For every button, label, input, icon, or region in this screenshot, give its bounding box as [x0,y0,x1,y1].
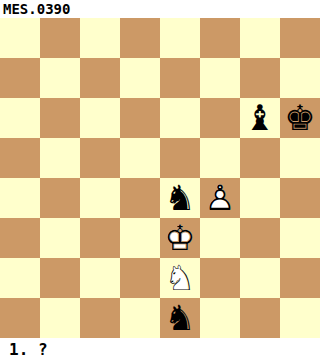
square-g3[interactable] [240,218,280,258]
square-f7[interactable] [200,58,240,98]
square-h5[interactable] [280,138,320,178]
square-c3[interactable] [80,218,120,258]
square-b5[interactable] [40,138,80,178]
puzzle-id: MES.0390 [3,1,70,17]
square-a1[interactable] [0,298,40,338]
square-f4[interactable]: ♟♙ [200,178,240,218]
square-d6[interactable] [120,98,160,138]
square-f3[interactable] [200,218,240,258]
square-a6[interactable] [0,98,40,138]
square-c6[interactable] [80,98,120,138]
square-g8[interactable] [240,18,280,58]
square-a4[interactable] [0,178,40,218]
white-king-outline: ♔ [160,218,200,258]
square-e6[interactable] [160,98,200,138]
square-e1[interactable]: ♞ [160,298,200,338]
square-d5[interactable] [120,138,160,178]
black-king[interactable]: ♚ [280,98,320,138]
square-a8[interactable] [0,18,40,58]
square-a2[interactable] [0,258,40,298]
square-c4[interactable] [80,178,120,218]
white-knight-outline: ♘ [160,258,200,298]
square-d8[interactable] [120,18,160,58]
square-b2[interactable] [40,258,80,298]
square-f1[interactable] [200,298,240,338]
move-prompt: 1. ? [9,340,48,359]
square-f5[interactable] [200,138,240,178]
square-a3[interactable] [0,218,40,258]
square-h2[interactable] [280,258,320,298]
white-pawn-outline: ♙ [200,178,240,218]
square-c5[interactable] [80,138,120,178]
square-e2[interactable]: ♞♘ [160,258,200,298]
square-b6[interactable] [40,98,80,138]
black-knight[interactable]: ♞ [160,178,200,218]
square-d4[interactable] [120,178,160,218]
chess-board: ♝♚♞♟♙♚♔♞♘♞ [0,18,320,338]
square-f8[interactable] [200,18,240,58]
square-g2[interactable] [240,258,280,298]
white-king[interactable]: ♚♔ [160,218,200,258]
puzzle-header: MES.0390 [0,0,320,18]
square-e8[interactable] [160,18,200,58]
square-e3[interactable]: ♚♔ [160,218,200,258]
square-d2[interactable] [120,258,160,298]
square-c1[interactable] [80,298,120,338]
square-b1[interactable] [40,298,80,338]
square-b8[interactable] [40,18,80,58]
square-a7[interactable] [0,58,40,98]
square-b3[interactable] [40,218,80,258]
square-h4[interactable] [280,178,320,218]
square-b7[interactable] [40,58,80,98]
white-knight[interactable]: ♞♘ [160,258,200,298]
square-e7[interactable] [160,58,200,98]
square-h1[interactable] [280,298,320,338]
square-c2[interactable] [80,258,120,298]
black-bishop[interactable]: ♝ [240,98,280,138]
square-d7[interactable] [120,58,160,98]
white-pawn[interactable]: ♟♙ [200,178,240,218]
square-d3[interactable] [120,218,160,258]
square-h8[interactable] [280,18,320,58]
black-knight[interactable]: ♞ [160,298,200,338]
square-g4[interactable] [240,178,280,218]
square-g1[interactable] [240,298,280,338]
square-c8[interactable] [80,18,120,58]
square-f2[interactable] [200,258,240,298]
square-g5[interactable] [240,138,280,178]
move-prompt-bar: 1. ? [0,338,320,360]
square-f6[interactable] [200,98,240,138]
square-e5[interactable] [160,138,200,178]
square-d1[interactable] [120,298,160,338]
square-e4[interactable]: ♞ [160,178,200,218]
square-g7[interactable] [240,58,280,98]
square-g6[interactable]: ♝ [240,98,280,138]
square-c7[interactable] [80,58,120,98]
square-b4[interactable] [40,178,80,218]
square-h3[interactable] [280,218,320,258]
square-a5[interactable] [0,138,40,178]
square-h7[interactable] [280,58,320,98]
square-h6[interactable]: ♚ [280,98,320,138]
